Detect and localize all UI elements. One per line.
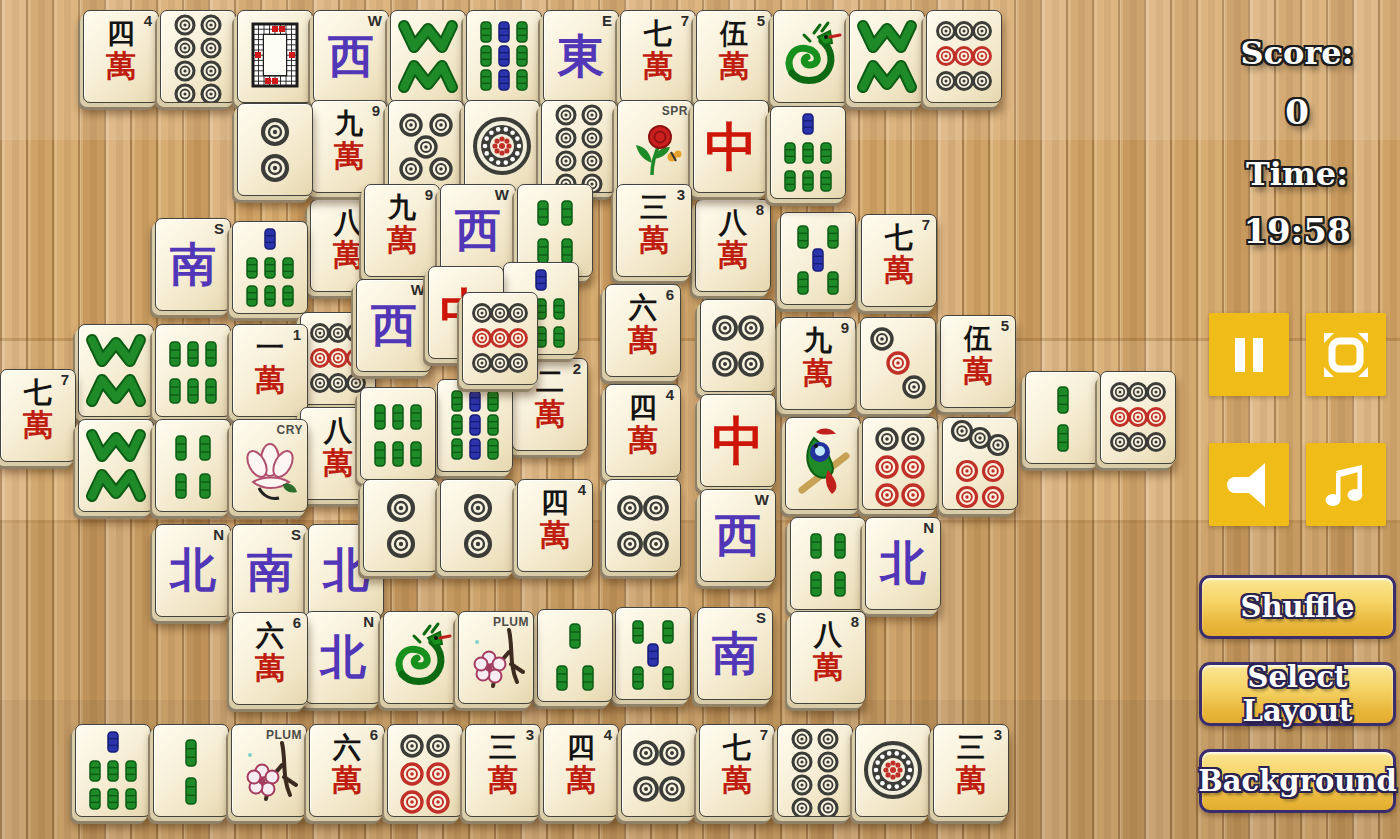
tile-b9[interactable]: [466, 10, 542, 103]
tile-b5[interactable]: [615, 607, 691, 700]
tile-dr[interactable]: 中: [700, 394, 776, 487]
tile-we[interactable]: E東: [543, 10, 619, 103]
music-note-icon: [1322, 461, 1370, 509]
tile-b8[interactable]: [78, 324, 154, 417]
wan-character: 萬: [233, 365, 307, 395]
man-numeral: 七: [700, 730, 774, 765]
wan-character: 萬: [513, 399, 587, 429]
tile-d2[interactable]: [363, 479, 439, 572]
score-label: Score:: [1197, 34, 1397, 72]
man-numeral: 六: [606, 290, 680, 325]
wind-character: 西: [314, 11, 388, 102]
tile-m8[interactable]: 8八萬: [695, 199, 771, 292]
score-value: 0: [1197, 92, 1397, 132]
speaker-icon: [1225, 461, 1273, 509]
game-stage: 4四萬W西E東7七萬5伍萬9九萬SPR中S南8八萬8八萬7七萬9九萬W西3三萬9…: [0, 0, 1400, 839]
wan-character: 萬: [84, 51, 158, 81]
fullscreen-icon: [1322, 331, 1370, 379]
tile-b8[interactable]: [390, 10, 466, 103]
tile-m5[interactable]: 5伍萬: [940, 315, 1016, 408]
wan-character: 萬: [696, 240, 770, 270]
tile-b2[interactable]: [1025, 371, 1101, 464]
man-numeral: 一: [233, 330, 307, 365]
tile-d8[interactable]: [777, 724, 853, 817]
man-numeral: 六: [310, 730, 384, 765]
tile-d3[interactable]: [860, 317, 936, 410]
tile-dg[interactable]: [383, 611, 459, 704]
tile-ww[interactable]: W西: [700, 489, 776, 582]
tile-ww[interactable]: W西: [313, 10, 389, 103]
tile-ww[interactable]: W西: [356, 279, 432, 372]
wan-character: 萬: [606, 325, 680, 355]
tile-m8[interactable]: 8八萬: [790, 611, 866, 704]
wan-character: 萬: [941, 356, 1015, 386]
tile-m4[interactable]: 4四萬: [83, 10, 159, 103]
pause-icon: [1227, 333, 1271, 377]
man-numeral: 四: [544, 730, 618, 765]
tile-b1[interactable]: [785, 417, 861, 510]
wind-character: 西: [701, 490, 775, 581]
wind-character: 北: [306, 612, 380, 703]
fullscreen-button[interactable]: [1306, 313, 1386, 396]
tile-wn[interactable]: N北: [865, 517, 941, 610]
man-numeral: 九: [781, 323, 855, 358]
wind-character: 東: [544, 11, 618, 102]
tile-d4[interactable]: [700, 299, 776, 392]
tile-m3[interactable]: 3三萬: [616, 184, 692, 277]
tile-wn[interactable]: N北: [305, 611, 381, 704]
tile-b8[interactable]: [849, 10, 925, 103]
tile-m7[interactable]: 7七萬: [620, 10, 696, 103]
man-numeral: 七: [621, 16, 695, 51]
tile-m9[interactable]: 9九萬: [364, 184, 440, 277]
tile-ws[interactable]: S南: [697, 607, 773, 700]
tile-fc[interactable]: CRY: [232, 419, 308, 512]
tile-b5[interactable]: [780, 212, 856, 305]
tile-d8[interactable]: [541, 100, 617, 193]
tile-d5[interactable]: [388, 100, 464, 193]
tile-m3[interactable]: 3三萬: [933, 724, 1009, 817]
time-label: Time:: [1197, 155, 1397, 193]
wan-character: 萬: [791, 652, 865, 682]
pause-button[interactable]: [1209, 313, 1289, 396]
wan-character: 萬: [312, 141, 386, 171]
wan-character: 萬: [862, 255, 936, 285]
red-dragon-character: 中: [701, 395, 775, 486]
tile-d4[interactable]: [605, 479, 681, 572]
wan-character: 萬: [934, 765, 1008, 795]
tile-m7[interactable]: 7七萬: [861, 214, 937, 307]
tile-b9[interactable]: [437, 379, 513, 472]
tile-ws[interactable]: S南: [232, 524, 308, 617]
tile-m5[interactable]: 5伍萬: [696, 10, 772, 103]
tile-d9[interactable]: [1100, 371, 1176, 464]
tile-m9[interactable]: 9九萬: [780, 317, 856, 410]
tile-d8[interactable]: [160, 10, 236, 103]
man-numeral: 九: [312, 106, 386, 141]
tile-fp[interactable]: PLUM: [231, 724, 307, 817]
man-numeral: 三: [466, 730, 540, 765]
select-layout-label: Select Layout: [1208, 660, 1387, 728]
tile-d1[interactable]: [855, 724, 931, 817]
man-numeral: 四: [84, 16, 158, 51]
man-numeral: 六: [233, 618, 307, 653]
wan-character: 萬: [606, 425, 680, 455]
tile-dr[interactable]: 中: [693, 100, 769, 193]
select-layout-button[interactable]: Select Layout: [1199, 662, 1396, 726]
tile-m4[interactable]: 4四萬: [605, 384, 681, 477]
wan-character: 萬: [621, 51, 695, 81]
background-button[interactable]: Background: [1199, 749, 1396, 813]
time-value: 19:58: [1197, 211, 1397, 251]
shuffle-label: Shuffle: [1241, 590, 1355, 624]
tile-b6[interactable]: [360, 387, 436, 480]
wind-character: 北: [866, 518, 940, 609]
wan-character: 萬: [233, 653, 307, 683]
tile-b4[interactable]: [790, 517, 866, 610]
wan-character: 萬: [365, 225, 439, 255]
tile-b7[interactable]: [232, 221, 308, 314]
tile-m1[interactable]: 1一萬: [232, 324, 308, 417]
tile-m3[interactable]: 3三萬: [465, 724, 541, 817]
music-button[interactable]: [1306, 443, 1386, 526]
background-label: Background: [1198, 764, 1396, 798]
man-numeral: 三: [617, 190, 691, 225]
tile-m4[interactable]: 4四萬: [517, 479, 593, 572]
red-dragon-character: 中: [694, 101, 768, 192]
tile-d9[interactable]: [926, 10, 1002, 103]
man-numeral: 伍: [941, 321, 1015, 356]
sound-button[interactable]: [1209, 443, 1289, 526]
man-numeral: 四: [518, 485, 592, 520]
wan-character: 萬: [466, 765, 540, 795]
tile-dg[interactable]: [773, 10, 849, 103]
tile-dw[interactable]: [237, 10, 313, 103]
tile-d4[interactable]: [621, 724, 697, 817]
mahjong-board: 4四萬W西E東7七萬5伍萬9九萬SPR中S南8八萬8八萬7七萬9九萬W西3三萬9…: [0, 0, 1400, 839]
man-numeral: 伍: [697, 16, 771, 51]
tile-m7[interactable]: 7七萬: [0, 369, 76, 462]
tile-fs[interactable]: SPR: [617, 100, 693, 193]
tile-b2[interactable]: [153, 724, 229, 817]
tile-d2[interactable]: [237, 103, 313, 196]
tile-m6[interactable]: 6六萬: [309, 724, 385, 817]
wind-character: 南: [156, 219, 230, 310]
tile-d7[interactable]: [942, 417, 1018, 510]
man-numeral: 九: [365, 190, 439, 225]
tile-m4[interactable]: 4四萬: [543, 724, 619, 817]
tile-b6[interactable]: [155, 324, 231, 417]
wan-character: 萬: [518, 520, 592, 550]
wind-character: 西: [357, 280, 431, 371]
tile-wn[interactable]: N北: [155, 524, 231, 617]
wind-character: 南: [698, 608, 772, 699]
wan-character: 萬: [617, 225, 691, 255]
tile-m6[interactable]: 6六萬: [232, 612, 308, 705]
man-numeral: 四: [606, 390, 680, 425]
man-numeral: 七: [862, 220, 936, 255]
shuffle-button[interactable]: Shuffle: [1199, 575, 1396, 639]
wan-character: 萬: [697, 51, 771, 81]
tile-d2[interactable]: [440, 479, 516, 572]
man-numeral: 三: [934, 730, 1008, 765]
tile-b4[interactable]: [155, 419, 231, 512]
tile-d9[interactable]: [462, 292, 538, 385]
wan-character: 萬: [310, 765, 384, 795]
wan-character: 萬: [1, 410, 75, 440]
tile-d6[interactable]: [862, 417, 938, 510]
tile-d1[interactable]: [464, 100, 540, 193]
man-numeral: 八: [696, 205, 770, 240]
tile-b8[interactable]: [78, 419, 154, 512]
tile-b7[interactable]: [75, 724, 151, 817]
tile-fp[interactable]: PLUM: [458, 611, 534, 704]
man-numeral: 八: [791, 617, 865, 652]
wan-character: 萬: [781, 358, 855, 388]
tile-m7[interactable]: 7七萬: [699, 724, 775, 817]
tile-d6[interactable]: [387, 724, 463, 817]
wind-character: 北: [156, 525, 230, 616]
man-numeral: 七: [1, 375, 75, 410]
wind-character: 南: [233, 525, 307, 616]
tile-m6[interactable]: 6六萬: [605, 284, 681, 377]
wan-character: 萬: [544, 765, 618, 795]
tile-m9[interactable]: 9九萬: [311, 100, 387, 193]
tile-ws[interactable]: S南: [155, 218, 231, 311]
tile-b7[interactable]: [770, 106, 846, 199]
wan-character: 萬: [700, 765, 774, 795]
tile-b3[interactable]: [537, 609, 613, 702]
